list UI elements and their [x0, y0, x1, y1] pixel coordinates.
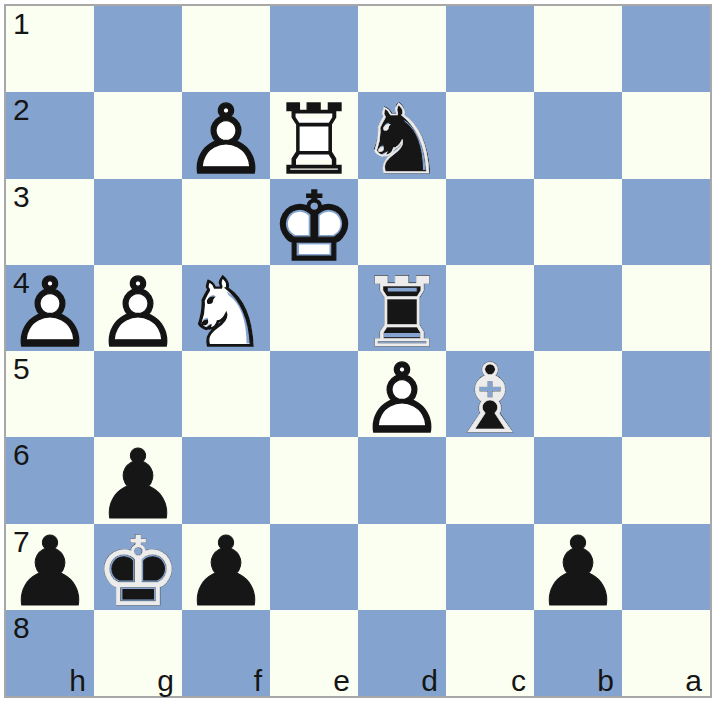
file-label-f: f — [254, 666, 262, 696]
square-a8[interactable]: a — [622, 610, 710, 696]
piece-black-king[interactable]: ♚♔ — [94, 524, 182, 610]
square-e2[interactable]: ♜♖ — [270, 92, 358, 178]
square-c8[interactable]: c — [446, 610, 534, 696]
square-f3[interactable] — [182, 179, 270, 265]
square-d4[interactable]: ♜♖ — [358, 265, 446, 351]
square-e1[interactable] — [270, 6, 358, 92]
square-h6[interactable]: 6 — [6, 437, 94, 523]
square-c3[interactable] — [446, 179, 534, 265]
square-b6[interactable] — [534, 437, 622, 523]
square-f1[interactable] — [182, 6, 270, 92]
pawn-glyph-outline: ♙ — [358, 356, 446, 442]
pawn-glyph-fill: ♟ — [182, 97, 270, 183]
rank-label-8: 8 — [13, 613, 30, 643]
square-c6[interactable] — [446, 437, 534, 523]
piece-black-pawn[interactable]: ♟ — [94, 437, 182, 523]
square-a7[interactable] — [622, 524, 710, 610]
knight-glyph-outline: ♘ — [358, 97, 446, 183]
square-d8[interactable]: d — [358, 610, 446, 696]
square-g2[interactable] — [94, 92, 182, 178]
piece-white-pawn[interactable]: ♟♙ — [358, 351, 446, 437]
piece-white-pawn[interactable]: ♟♙ — [94, 265, 182, 351]
square-a6[interactable] — [622, 437, 710, 523]
square-f6[interactable] — [182, 437, 270, 523]
file-label-a: a — [685, 666, 702, 696]
rank-label-1: 1 — [13, 9, 30, 39]
rook-glyph-fill: ♜ — [358, 270, 446, 356]
square-h5[interactable]: 5 — [6, 351, 94, 437]
square-g6[interactable]: ♟ — [94, 437, 182, 523]
file-label-e: e — [333, 666, 350, 696]
rook-glyph-outline: ♖ — [358, 270, 446, 356]
file-label-c: c — [511, 666, 526, 696]
square-g3[interactable] — [94, 179, 182, 265]
square-a2[interactable] — [622, 92, 710, 178]
pawn-glyph-fill: ♟ — [94, 270, 182, 356]
rank-label-4: 4 — [13, 268, 30, 298]
square-c1[interactable] — [446, 6, 534, 92]
square-b3[interactable] — [534, 179, 622, 265]
pawn-glyph-fill: ♟ — [534, 529, 622, 615]
square-e6[interactable] — [270, 437, 358, 523]
square-a3[interactable] — [622, 179, 710, 265]
piece-black-rook[interactable]: ♜♖ — [358, 265, 446, 351]
bishop-glyph-outline: ♗ — [446, 356, 534, 442]
knight-glyph-outline: ♘ — [182, 270, 270, 356]
file-label-d: d — [421, 666, 438, 696]
square-h1[interactable]: 1 — [6, 6, 94, 92]
square-e4[interactable] — [270, 265, 358, 351]
piece-black-pawn[interactable]: ♟ — [182, 524, 270, 610]
square-g8[interactable]: g — [94, 610, 182, 696]
file-label-b: b — [597, 666, 614, 696]
square-c5[interactable]: ♝♗ — [446, 351, 534, 437]
bishop-glyph-fill: ♝ — [446, 356, 534, 442]
square-c7[interactable] — [446, 524, 534, 610]
square-a5[interactable] — [622, 351, 710, 437]
square-a4[interactable] — [622, 265, 710, 351]
square-g5[interactable] — [94, 351, 182, 437]
square-h7[interactable]: 7♟ — [6, 524, 94, 610]
rank-label-2: 2 — [13, 95, 30, 125]
chess-board: 12♟♙♜♖♞♘3♚♔4♟♙♟♙♞♘♜♖5♟♙♝♗6♟7♟♚♔♟♟8hgfedc… — [4, 4, 712, 698]
square-b4[interactable] — [534, 265, 622, 351]
square-d3[interactable] — [358, 179, 446, 265]
piece-black-pawn[interactable]: ♟ — [534, 524, 622, 610]
square-b1[interactable] — [534, 6, 622, 92]
king-glyph-outline: ♔ — [94, 529, 182, 615]
square-e7[interactable] — [270, 524, 358, 610]
knight-glyph-fill: ♞ — [182, 270, 270, 356]
rook-glyph-outline: ♖ — [270, 97, 358, 183]
square-d5[interactable]: ♟♙ — [358, 351, 446, 437]
rook-glyph-fill: ♜ — [270, 97, 358, 183]
pawn-glyph-fill: ♟ — [94, 442, 182, 528]
pawn-glyph-outline: ♙ — [94, 270, 182, 356]
pawn-glyph-fill: ♟ — [358, 356, 446, 442]
file-label-g: g — [157, 666, 174, 696]
square-e8[interactable]: e — [270, 610, 358, 696]
piece-white-knight[interactable]: ♞♘ — [182, 265, 270, 351]
square-g7[interactable]: ♚♔ — [94, 524, 182, 610]
knight-glyph-fill: ♞ — [358, 97, 446, 183]
square-d1[interactable] — [358, 6, 446, 92]
square-h4[interactable]: 4♟♙ — [6, 265, 94, 351]
rank-label-7: 7 — [13, 527, 30, 557]
square-e3[interactable]: ♚♔ — [270, 179, 358, 265]
square-e5[interactable] — [270, 351, 358, 437]
square-a1[interactable] — [622, 6, 710, 92]
square-d7[interactable] — [358, 524, 446, 610]
king-glyph-outline: ♔ — [270, 184, 358, 270]
square-h2[interactable]: 2 — [6, 92, 94, 178]
square-c4[interactable] — [446, 265, 534, 351]
square-g1[interactable] — [94, 6, 182, 92]
square-h3[interactable]: 3 — [6, 179, 94, 265]
square-h8[interactable]: 8h — [6, 610, 94, 696]
rank-label-6: 6 — [13, 440, 30, 470]
pawn-glyph-fill: ♟ — [182, 529, 270, 615]
square-b2[interactable] — [534, 92, 622, 178]
square-g4[interactable]: ♟♙ — [94, 265, 182, 351]
square-f7[interactable]: ♟ — [182, 524, 270, 610]
square-d2[interactable]: ♞♘ — [358, 92, 446, 178]
piece-white-rook[interactable]: ♜♖ — [270, 92, 358, 178]
piece-black-bishop[interactable]: ♝♗ — [446, 351, 534, 437]
square-f5[interactable] — [182, 351, 270, 437]
square-d6[interactable] — [358, 437, 446, 523]
file-label-h: h — [69, 666, 86, 696]
piece-white-king[interactable]: ♚♔ — [270, 179, 358, 265]
pawn-glyph-outline: ♙ — [182, 97, 270, 183]
king-glyph-fill: ♚ — [94, 529, 182, 615]
rank-label-3: 3 — [13, 182, 30, 212]
square-f8[interactable]: f — [182, 610, 270, 696]
square-f4[interactable]: ♞♘ — [182, 265, 270, 351]
square-b7[interactable]: ♟ — [534, 524, 622, 610]
square-b5[interactable] — [534, 351, 622, 437]
square-f2[interactable]: ♟♙ — [182, 92, 270, 178]
square-c2[interactable] — [446, 92, 534, 178]
rank-label-5: 5 — [13, 354, 30, 384]
piece-white-pawn[interactable]: ♟♙ — [182, 92, 270, 178]
piece-black-knight[interactable]: ♞♘ — [358, 92, 446, 178]
square-b8[interactable]: b — [534, 610, 622, 696]
king-glyph-fill: ♚ — [270, 184, 358, 270]
